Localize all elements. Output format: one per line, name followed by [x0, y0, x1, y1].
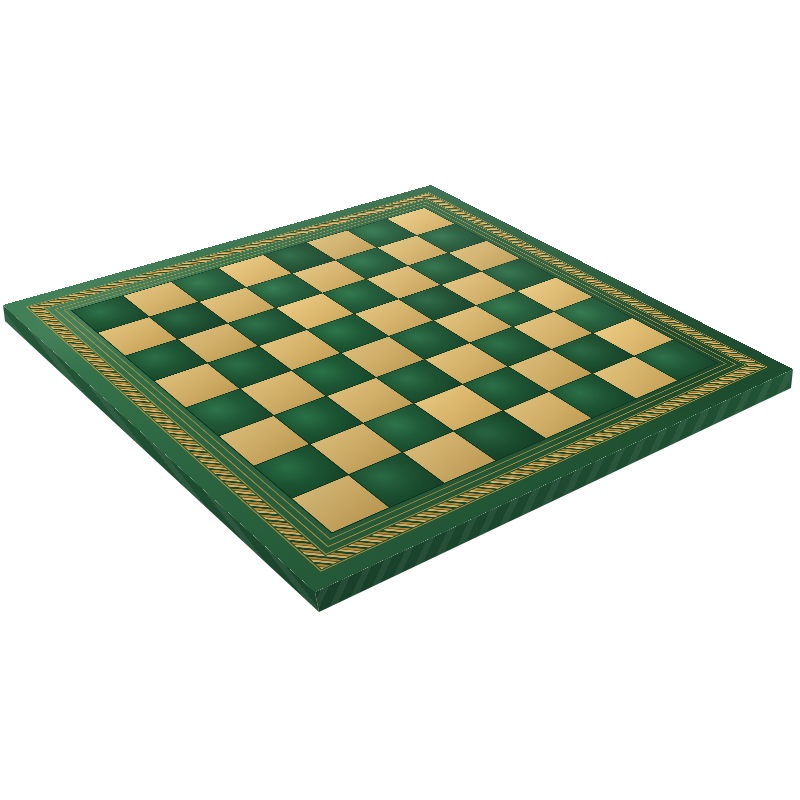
chessboard [3, 185, 793, 592]
board-squares-grid [71, 207, 719, 533]
chessboard-product-photo [0, 0, 800, 800]
